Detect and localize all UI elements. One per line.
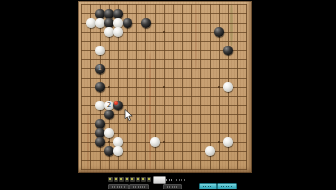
- star-point: [163, 86, 165, 88]
- grid-line: [81, 169, 247, 170]
- nav-button-7[interactable]: [141, 177, 146, 182]
- white-stone: [150, 137, 160, 147]
- black-stone: [104, 18, 114, 28]
- black-stone: [95, 64, 105, 74]
- status-text: [176, 179, 186, 181]
- white-stone: [113, 137, 123, 147]
- black-stone: [214, 27, 224, 37]
- white-stone: [104, 27, 114, 37]
- nav-button-3[interactable]: [119, 177, 124, 182]
- star-point: [163, 141, 165, 143]
- black-stone: [95, 82, 105, 92]
- nav-button-2[interactable]: [114, 177, 119, 182]
- black-stone: [223, 46, 233, 56]
- move-counter-text: [166, 179, 173, 181]
- white-stone: [95, 46, 105, 56]
- black-stone: [123, 18, 133, 28]
- nav-button-6[interactable]: [136, 177, 141, 182]
- grid-line: [173, 4, 174, 170]
- black-stone: [95, 128, 105, 138]
- grid-line: [81, 160, 247, 161]
- white-stone: [104, 128, 114, 138]
- black-stone: [95, 119, 105, 129]
- white-stone: [223, 82, 233, 92]
- toolbar-button-3[interactable]: [163, 184, 182, 190]
- wood-grain: [149, 53, 152, 171]
- white-stone: [95, 18, 105, 28]
- grid-line: [200, 4, 201, 170]
- black-stone: [104, 110, 114, 120]
- star-point: [218, 141, 220, 143]
- black-stone: [95, 137, 105, 147]
- white-stone: [95, 101, 105, 111]
- black-stone: [141, 18, 151, 28]
- white-stone: [104, 101, 114, 111]
- wood-grain: [195, 1, 197, 71]
- grid-line: [191, 4, 192, 170]
- toolbar-button-1[interactable]: [108, 184, 129, 190]
- nav-button-5[interactable]: [130, 177, 135, 182]
- grid-line: [81, 123, 247, 124]
- teal-button-1[interactable]: [199, 183, 217, 189]
- star-point: [218, 86, 220, 88]
- wood-grain: [230, 4, 233, 46]
- white-stone: [223, 137, 233, 147]
- star-point: [108, 86, 110, 88]
- black-stone: [104, 9, 114, 19]
- white-stone: [205, 146, 215, 156]
- grid-line: [246, 4, 247, 170]
- nav-button-4[interactable]: [125, 177, 130, 182]
- black-stone: [113, 9, 123, 19]
- grid-line: [182, 4, 183, 170]
- nav-button-1[interactable]: [108, 177, 113, 182]
- go-board[interactable]: 21: [78, 1, 252, 173]
- white-stone: [86, 18, 96, 28]
- star-point: [108, 141, 110, 143]
- current-move-button[interactable]: [153, 176, 167, 184]
- app-window: 21: [0, 0, 336, 189]
- white-stone: [113, 27, 123, 37]
- grid-line: [237, 4, 238, 170]
- white-stone: [113, 18, 123, 28]
- star-point: [163, 31, 165, 33]
- nav-button-8[interactable]: [147, 177, 152, 182]
- grid-line: [81, 96, 247, 97]
- black-stone: [104, 146, 114, 156]
- white-stone: [113, 146, 123, 156]
- toolbar-button-2[interactable]: [129, 184, 150, 190]
- grid-line: [210, 4, 211, 170]
- teal-button-2[interactable]: [217, 183, 237, 189]
- black-stone: [95, 9, 105, 19]
